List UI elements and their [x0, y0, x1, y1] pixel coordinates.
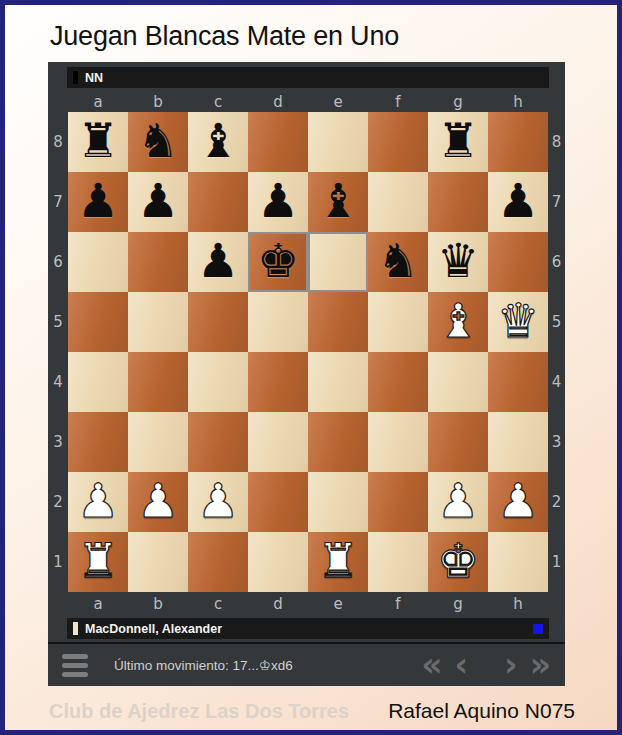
- last-move-label: Último movimiento: 17...♔xd6: [114, 657, 293, 673]
- rank-label-2: 2: [552, 493, 562, 511]
- piece-black-pawn[interactable]: ♟: [188, 232, 248, 292]
- rank-label-2: 2: [53, 493, 63, 511]
- file-labels-bottom: abcdefgh: [68, 592, 565, 615]
- file-label-c: c: [214, 93, 222, 111]
- file-label-h: h: [513, 595, 523, 613]
- puzzle-title: Juegan Blancas Mate en Uno: [50, 21, 617, 52]
- piece-white-pawn[interactable]: ♟: [488, 472, 548, 532]
- square-d3[interactable]: [248, 412, 308, 472]
- rank-label-5: 5: [53, 313, 63, 331]
- square-c8[interactable]: ♝: [188, 112, 248, 172]
- piece-white-bishop[interactable]: ♝: [428, 292, 488, 352]
- square-d1[interactable]: [248, 532, 308, 592]
- square-b8[interactable]: ♞: [128, 112, 188, 172]
- square-g8[interactable]: ♜: [428, 112, 488, 172]
- piece-black-bishop[interactable]: ♝: [308, 172, 368, 232]
- square-g4[interactable]: [428, 352, 488, 412]
- square-b7[interactable]: ♟: [128, 172, 188, 232]
- file-label-g: g: [453, 595, 463, 613]
- square-e4[interactable]: [308, 352, 368, 412]
- square-e7[interactable]: ♝: [308, 172, 368, 232]
- player-bar-black: NN: [67, 67, 549, 88]
- rank-label-8: 8: [552, 133, 562, 151]
- rank-label-3: 3: [552, 433, 562, 451]
- square-c7[interactable]: [188, 172, 248, 232]
- piece-black-knight[interactable]: ♞: [128, 112, 188, 172]
- square-a1[interactable]: ♜: [68, 532, 128, 592]
- square-c4[interactable]: [188, 352, 248, 412]
- square-h1[interactable]: [488, 532, 548, 592]
- square-h4[interactable]: [488, 352, 548, 412]
- square-d5[interactable]: [248, 292, 308, 352]
- square-d4[interactable]: [248, 352, 308, 412]
- square-f8[interactable]: [368, 112, 428, 172]
- square-d2[interactable]: [248, 472, 308, 532]
- status-square: [533, 624, 543, 634]
- piece-white-pawn[interactable]: ♟: [68, 472, 128, 532]
- piece-white-pawn[interactable]: ♟: [188, 472, 248, 532]
- square-h7[interactable]: ♟: [488, 172, 548, 232]
- rank-labels-right: 87654321: [548, 112, 565, 592]
- square-g7[interactable]: [428, 172, 488, 232]
- rank-label-8: 8: [53, 133, 63, 151]
- credit-text: Rafael Aquino N075: [388, 699, 575, 723]
- piece-white-pawn[interactable]: ♟: [428, 472, 488, 532]
- rank-labels-left: 87654321: [48, 112, 68, 592]
- square-d7[interactable]: ♟: [248, 172, 308, 232]
- square-f4[interactable]: [368, 352, 428, 412]
- file-label-e: e: [333, 93, 342, 111]
- piece-white-king[interactable]: ♚: [428, 532, 488, 592]
- chess-board: ♜♞♝♜♟♟♟♝♟♟♚♞♛♝♛♟♟♟♟♟♜♜♚: [68, 112, 548, 592]
- piece-black-knight[interactable]: ♞: [368, 232, 428, 292]
- square-g3[interactable]: [428, 412, 488, 472]
- square-e6[interactable]: [308, 232, 368, 292]
- rank-label-4: 4: [552, 373, 562, 391]
- square-f5[interactable]: [368, 292, 428, 352]
- square-a7[interactable]: ♟: [68, 172, 128, 232]
- piece-black-rook[interactable]: ♜: [68, 112, 128, 172]
- piece-white-rook[interactable]: ♜: [308, 532, 368, 592]
- board-area: 87654321 ♜♞♝♜♟♟♟♝♟♟♚♞♛♝♛♟♟♟♟♟♜♜♚ 8765432…: [48, 112, 565, 592]
- square-e1[interactable]: ♜: [308, 532, 368, 592]
- square-b4[interactable]: [128, 352, 188, 412]
- square-c1[interactable]: [188, 532, 248, 592]
- square-a3[interactable]: [68, 412, 128, 472]
- club-watermark: Club de Ajedrez Las Dos Torres: [49, 700, 349, 723]
- page: Juegan Blancas Mate en Uno NN abcdefgh 8…: [5, 21, 617, 723]
- square-g2[interactable]: ♟: [428, 472, 488, 532]
- square-d6[interactable]: ♚: [248, 232, 308, 292]
- square-a4[interactable]: [68, 352, 128, 412]
- square-a8[interactable]: ♜: [68, 112, 128, 172]
- square-a6[interactable]: [68, 232, 128, 292]
- file-label-e: e: [333, 595, 342, 613]
- player-name-white: MacDonnell, Alexander: [85, 622, 222, 636]
- file-labels-top: abcdefgh: [68, 91, 565, 112]
- square-b2[interactable]: ♟: [128, 472, 188, 532]
- player-bar-white: MacDonnell, Alexander: [67, 618, 549, 639]
- square-b6[interactable]: [128, 232, 188, 292]
- square-f3[interactable]: [368, 412, 428, 472]
- black-color-indicator: [73, 71, 78, 84]
- nav-buttons: « ‹ › »: [421, 647, 551, 683]
- file-label-a: a: [93, 93, 102, 111]
- file-label-h: h: [513, 93, 523, 111]
- nav-first-button[interactable]: «: [421, 647, 442, 683]
- square-b1[interactable]: [128, 532, 188, 592]
- hamburger-menu-icon[interactable]: [62, 654, 88, 677]
- rank-label-3: 3: [53, 433, 63, 451]
- square-e3[interactable]: [308, 412, 368, 472]
- square-g6[interactable]: ♛: [428, 232, 488, 292]
- piece-black-queen[interactable]: ♛: [428, 232, 488, 292]
- square-e5[interactable]: [308, 292, 368, 352]
- square-f2[interactable]: [368, 472, 428, 532]
- rank-label-7: 7: [552, 193, 562, 211]
- square-a5[interactable]: [68, 292, 128, 352]
- chess-viewer-panel: NN abcdefgh 87654321 ♜♞♝♜♟♟♟♝♟♟♚♞♛♝♛♟♟♟♟…: [48, 62, 565, 686]
- square-h3[interactable]: [488, 412, 548, 472]
- square-c3[interactable]: [188, 412, 248, 472]
- square-d8[interactable]: [248, 112, 308, 172]
- file-label-b: b: [153, 595, 163, 613]
- square-c5[interactable]: [188, 292, 248, 352]
- square-e2[interactable]: [308, 472, 368, 532]
- rank-label-6: 6: [53, 253, 63, 271]
- piece-white-pawn[interactable]: ♟: [128, 472, 188, 532]
- player-name-black: NN: [85, 71, 103, 85]
- square-a2[interactable]: ♟: [68, 472, 128, 532]
- piece-black-pawn[interactable]: ♟: [248, 172, 308, 232]
- nav-previous-button[interactable]: ‹: [454, 647, 468, 683]
- square-f6[interactable]: ♞: [368, 232, 428, 292]
- piece-white-rook[interactable]: ♜: [68, 532, 128, 592]
- rank-label-4: 4: [53, 373, 63, 391]
- square-c6[interactable]: ♟: [188, 232, 248, 292]
- square-h8[interactable]: [488, 112, 548, 172]
- rank-label-5: 5: [552, 313, 562, 331]
- square-f7[interactable]: [368, 172, 428, 232]
- footer: Club de Ajedrez Las Dos Torres Rafael Aq…: [5, 686, 617, 723]
- rank-label-6: 6: [552, 253, 562, 271]
- file-label-a: a: [93, 595, 102, 613]
- square-h5[interactable]: ♛: [488, 292, 548, 352]
- rank-label-1: 1: [552, 553, 562, 571]
- square-h2[interactable]: ♟: [488, 472, 548, 532]
- square-c2[interactable]: ♟: [188, 472, 248, 532]
- piece-black-pawn[interactable]: ♟: [128, 172, 188, 232]
- square-b5[interactable]: [128, 292, 188, 352]
- file-label-g: g: [453, 93, 463, 111]
- nav-next-button[interactable]: ›: [504, 647, 518, 683]
- square-h6[interactable]: [488, 232, 548, 292]
- piece-white-queen[interactable]: ♛: [488, 292, 548, 352]
- square-g5[interactable]: ♝: [428, 292, 488, 352]
- file-label-b: b: [153, 93, 163, 111]
- square-b3[interactable]: [128, 412, 188, 472]
- square-g1[interactable]: ♚: [428, 532, 488, 592]
- file-label-c: c: [214, 595, 222, 613]
- piece-black-pawn[interactable]: ♟: [488, 172, 548, 232]
- piece-black-king[interactable]: ♚: [248, 232, 308, 292]
- file-label-d: d: [273, 93, 283, 111]
- square-e8[interactable]: [308, 112, 368, 172]
- file-label-d: d: [273, 595, 283, 613]
- nav-last-button[interactable]: »: [530, 647, 551, 683]
- controls-bar: Último movimiento: 17...♔xd6 « ‹ › »: [48, 642, 565, 686]
- rank-label-1: 1: [53, 553, 63, 571]
- piece-black-pawn[interactable]: ♟: [68, 172, 128, 232]
- piece-black-rook[interactable]: ♜: [428, 112, 488, 172]
- file-label-f: f: [395, 93, 400, 111]
- square-f1[interactable]: [368, 532, 428, 592]
- rank-label-7: 7: [53, 193, 63, 211]
- piece-black-bishop[interactable]: ♝: [188, 112, 248, 172]
- white-color-indicator: [73, 622, 78, 635]
- file-label-f: f: [395, 595, 400, 613]
